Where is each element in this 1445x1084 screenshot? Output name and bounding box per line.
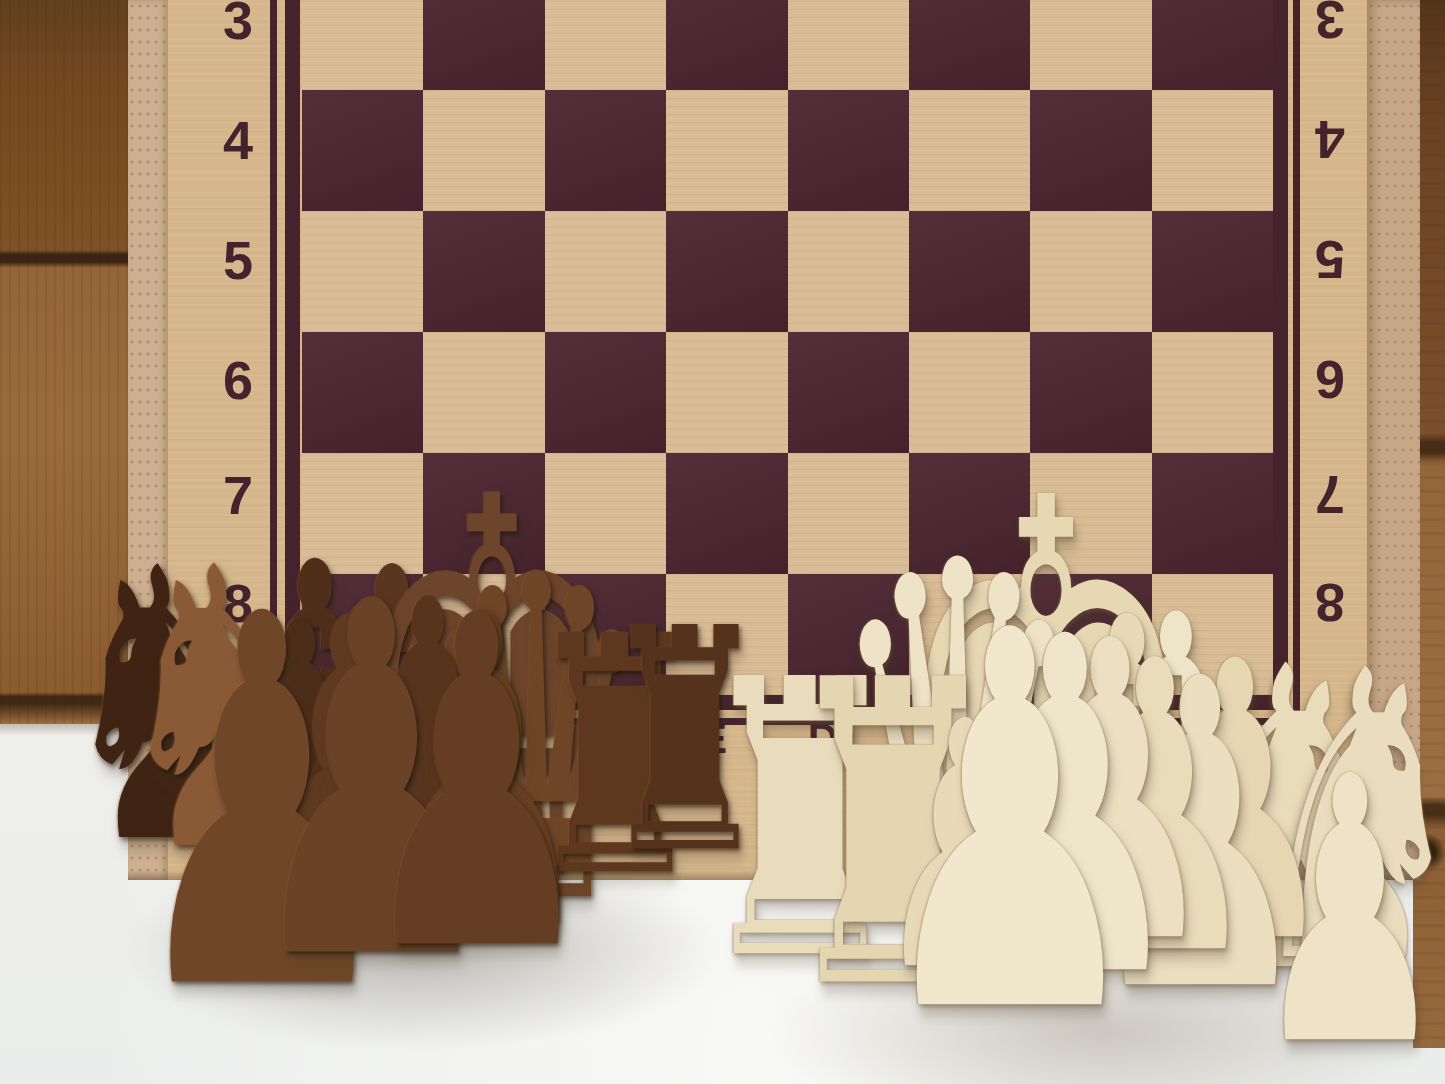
light-pawn: ♟ xyxy=(1252,729,1445,1084)
pieces-layer: ♞♞♝♝♚♛♟♟♟♜♜♟♟♟♟♟♚♛♝♝♞♞♜♜♟♟♟♟♟♟♟♟ xyxy=(0,0,1445,1084)
chess-set-photo-scene: 345678 345678 HGFEDCBA ♞♞♝♝♚♛♟♟♟♜♜♟♟♟♟♟♚… xyxy=(0,0,1445,1084)
light-pawn: ♟ xyxy=(870,565,1149,1084)
dark-pawn: ♟ xyxy=(354,558,599,1014)
